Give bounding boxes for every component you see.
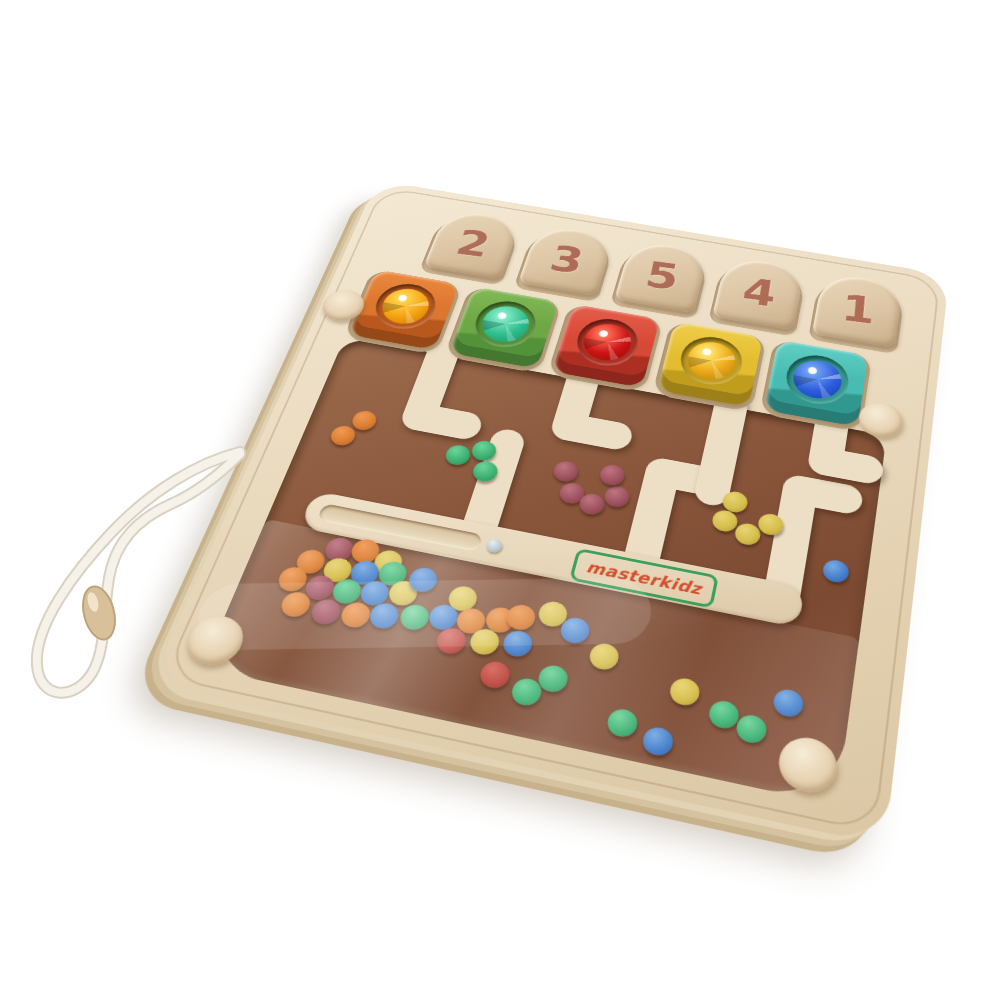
yellow-gem	[684, 339, 739, 383]
green-gem	[477, 303, 534, 346]
gem-recess-ring	[782, 351, 851, 409]
gem-facets	[376, 285, 434, 327]
red-gem	[579, 321, 635, 365]
gem-facets	[477, 303, 534, 346]
gem-facets	[684, 339, 739, 383]
product-photo: masterkidz 23541	[0, 0, 1000, 1000]
number-label: 1	[839, 287, 876, 333]
gem-recess-ring	[676, 333, 747, 390]
number-label: 2	[451, 222, 494, 265]
maze-divider	[712, 407, 730, 491]
steel-ball	[485, 538, 504, 554]
teal-gem	[790, 357, 844, 402]
maze-divider	[419, 355, 486, 426]
maze-divider	[826, 425, 871, 469]
gem-facets	[790, 357, 844, 402]
gem-facets	[579, 321, 635, 365]
gem-recess-ring	[368, 280, 442, 334]
orange-gem	[376, 285, 434, 327]
perspective-scene: masterkidz 23541	[0, 0, 1000, 1000]
number-blocks: 23541	[377, 180, 949, 275]
gem-recess-ring	[469, 297, 542, 352]
number-label: 5	[642, 254, 682, 298]
number-label: 3	[546, 238, 588, 281]
game-board: masterkidz 23541	[150, 180, 950, 846]
gem-recess-ring	[571, 315, 643, 371]
number-label: 4	[740, 270, 779, 315]
